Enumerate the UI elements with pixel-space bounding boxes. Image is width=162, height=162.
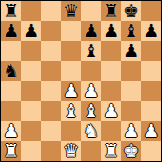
square-a8[interactable]: ♜: [1, 1, 21, 21]
square-b3[interactable]: [21, 101, 41, 121]
square-g4[interactable]: [121, 81, 141, 101]
square-g2[interactable]: ♟: [121, 121, 141, 141]
square-f5[interactable]: [101, 61, 121, 81]
square-e5[interactable]: [81, 61, 101, 81]
square-b5[interactable]: [21, 61, 41, 81]
square-g7[interactable]: ♝: [121, 21, 141, 41]
white-king[interactable]: ♚: [123, 141, 139, 161]
square-f1[interactable]: ♜: [101, 141, 121, 161]
square-c1[interactable]: [41, 141, 61, 161]
black-pawn[interactable]: ♟: [143, 21, 159, 41]
square-d6[interactable]: [61, 41, 81, 61]
black-pawn[interactable]: ♟: [123, 41, 139, 61]
square-d4[interactable]: ♟: [61, 81, 81, 101]
square-d3[interactable]: ♝: [61, 101, 81, 121]
square-h2[interactable]: ♟: [141, 121, 161, 141]
black-pawn[interactable]: ♟: [103, 21, 119, 41]
square-g5[interactable]: [121, 61, 141, 81]
square-d5[interactable]: [61, 61, 81, 81]
white-queen[interactable]: ♛: [63, 141, 79, 161]
square-g3[interactable]: [121, 101, 141, 121]
square-e4[interactable]: ♟: [81, 81, 101, 101]
square-c5[interactable]: [41, 61, 61, 81]
square-h1[interactable]: [141, 141, 161, 161]
white-pawn[interactable]: ♟: [83, 81, 99, 101]
square-f8[interactable]: ♜: [101, 1, 121, 21]
square-e1[interactable]: [81, 141, 101, 161]
square-c7[interactable]: [41, 21, 61, 41]
square-e3[interactable]: ♝: [81, 101, 101, 121]
square-g1[interactable]: ♚: [121, 141, 141, 161]
square-d2[interactable]: [61, 121, 81, 141]
square-h3[interactable]: [141, 101, 161, 121]
square-c8[interactable]: [41, 1, 61, 21]
square-b1[interactable]: [21, 141, 41, 161]
square-d8[interactable]: ♛: [61, 1, 81, 21]
square-e2[interactable]: ♞: [81, 121, 101, 141]
black-bishop[interactable]: ♝: [123, 21, 139, 41]
white-knight[interactable]: ♞: [83, 121, 99, 141]
black-bishop[interactable]: ♝: [83, 41, 99, 61]
white-rook[interactable]: ♜: [103, 141, 119, 161]
white-rook[interactable]: ♜: [3, 141, 19, 161]
square-a4[interactable]: [1, 81, 21, 101]
square-b8[interactable]: [21, 1, 41, 21]
square-b4[interactable]: [21, 81, 41, 101]
black-king[interactable]: ♚: [123, 1, 139, 21]
white-bishop[interactable]: ♝: [63, 101, 79, 121]
square-h4[interactable]: [141, 81, 161, 101]
black-rook[interactable]: ♜: [103, 1, 119, 21]
square-a6[interactable]: [1, 41, 21, 61]
square-c6[interactable]: [41, 41, 61, 61]
square-d1[interactable]: ♛: [61, 141, 81, 161]
square-f4[interactable]: [101, 81, 121, 101]
square-b7[interactable]: ♟: [21, 21, 41, 41]
square-h7[interactable]: ♟: [141, 21, 161, 41]
square-g8[interactable]: ♚: [121, 1, 141, 21]
square-e7[interactable]: ♟: [81, 21, 101, 41]
square-f2[interactable]: [101, 121, 121, 141]
black-pawn[interactable]: ♟: [83, 21, 99, 41]
square-e6[interactable]: ♝: [81, 41, 101, 61]
square-a7[interactable]: ♟: [1, 21, 21, 41]
black-knight[interactable]: ♞: [3, 61, 19, 81]
square-a5[interactable]: ♞: [1, 61, 21, 81]
white-pawn[interactable]: ♟: [143, 121, 159, 141]
square-a3[interactable]: [1, 101, 21, 121]
white-pawn[interactable]: ♟: [123, 121, 139, 141]
square-c4[interactable]: [41, 81, 61, 101]
square-f6[interactable]: [101, 41, 121, 61]
white-pawn[interactable]: ♟: [3, 121, 19, 141]
square-a2[interactable]: ♟: [1, 121, 21, 141]
square-c3[interactable]: [41, 101, 61, 121]
square-h6[interactable]: [141, 41, 161, 61]
black-pawn[interactable]: ♟: [3, 21, 19, 41]
square-h5[interactable]: [141, 61, 161, 81]
white-bishop[interactable]: ♝: [83, 101, 99, 121]
square-d7[interactable]: [61, 21, 81, 41]
square-f7[interactable]: ♟: [101, 21, 121, 41]
square-g6[interactable]: ♟: [121, 41, 141, 61]
black-queen[interactable]: ♛: [63, 1, 79, 21]
square-e8[interactable]: [81, 1, 101, 21]
square-c2[interactable]: [41, 121, 61, 141]
black-pawn[interactable]: ♟: [23, 21, 39, 41]
square-b6[interactable]: [21, 41, 41, 61]
square-a1[interactable]: ♜: [1, 141, 21, 161]
white-pawn[interactable]: ♟: [63, 81, 79, 101]
chess-board: ♜♛♜♚♟♟♟♟♝♟♝♟♞♟♟♝♝♟♟♞♟♟♜♛♜♚: [0, 0, 162, 162]
black-rook[interactable]: ♜: [3, 1, 19, 21]
white-pawn[interactable]: ♟: [103, 101, 119, 121]
square-f3[interactable]: ♟: [101, 101, 121, 121]
square-b2[interactable]: [21, 121, 41, 141]
square-h8[interactable]: [141, 1, 161, 21]
